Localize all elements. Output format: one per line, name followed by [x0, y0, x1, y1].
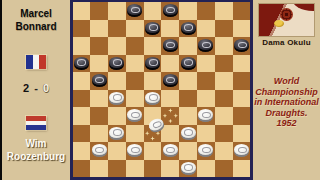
board-square[interactable]	[215, 142, 233, 160]
black-man[interactable]	[163, 4, 178, 17]
board-square[interactable]	[126, 142, 144, 160]
board-square[interactable]	[73, 142, 91, 160]
black-man[interactable]	[74, 57, 89, 70]
video-frame: Marcel Bonnard 2 - 0 Wim Roozenburg Dama…	[0, 0, 320, 180]
board-square[interactable]	[179, 55, 197, 73]
board-square[interactable]	[161, 142, 179, 160]
board-square[interactable]	[73, 90, 91, 108]
board-square[interactable]	[126, 90, 144, 108]
board-square[interactable]	[144, 2, 162, 20]
board-square[interactable]	[197, 142, 215, 160]
black-man[interactable]	[145, 22, 160, 35]
white-man[interactable]	[109, 127, 124, 140]
board-square[interactable]	[161, 72, 179, 90]
player-name-black: Marcel Bonnard	[2, 7, 70, 33]
board-square[interactable]	[161, 37, 179, 55]
black-man[interactable]	[163, 74, 178, 87]
board-square[interactable]	[215, 2, 233, 20]
black-man[interactable]	[109, 57, 124, 70]
board-square[interactable]	[215, 107, 233, 125]
player-name-white-line2: Roozenburg	[2, 150, 70, 163]
white-man[interactable]	[163, 144, 178, 157]
board-square[interactable]	[90, 20, 108, 38]
event-line: Championship	[253, 87, 320, 98]
board-square[interactable]	[126, 20, 144, 38]
board-grid	[73, 2, 251, 177]
board-square[interactable]	[108, 37, 126, 55]
board-square[interactable]	[108, 125, 126, 143]
event-line: Draughts.	[253, 108, 320, 119]
board-square[interactable]	[179, 2, 197, 20]
board-square[interactable]	[179, 72, 197, 90]
board-square[interactable]	[197, 107, 215, 125]
board-square[interactable]	[90, 125, 108, 143]
black-man[interactable]	[127, 4, 142, 17]
board-square[interactable]	[179, 90, 197, 108]
score-white: 0	[43, 82, 49, 94]
board-square[interactable]	[90, 72, 108, 90]
match-score: 2 - 0	[2, 82, 70, 94]
logo-label: Dama Okulu	[253, 38, 320, 47]
board-square[interactable]	[233, 160, 251, 178]
player-name-white: Wim Roozenburg	[2, 137, 70, 163]
black-man[interactable]	[163, 39, 178, 52]
white-man[interactable]	[198, 109, 213, 122]
player-name-white-line1: Wim	[2, 137, 70, 150]
board-square[interactable]	[161, 90, 179, 108]
board-square[interactable]	[73, 37, 91, 55]
draughts-board	[70, 0, 253, 180]
board-square[interactable]	[161, 55, 179, 73]
event-line: World	[253, 76, 320, 87]
score-black: 2	[23, 82, 29, 94]
board-square[interactable]	[197, 20, 215, 38]
board-square[interactable]	[215, 20, 233, 38]
logo-wave-shape	[292, 4, 314, 11]
board-square[interactable]	[126, 2, 144, 20]
board-square[interactable]	[161, 160, 179, 178]
board-square[interactable]	[197, 160, 215, 178]
board-square[interactable]	[73, 20, 91, 38]
score-separator: -	[34, 82, 38, 94]
board-square[interactable]	[108, 55, 126, 73]
board-square[interactable]	[215, 55, 233, 73]
board-square[interactable]	[144, 37, 162, 55]
board-square[interactable]	[144, 90, 162, 108]
board-square[interactable]	[233, 37, 251, 55]
white-man[interactable]	[181, 162, 196, 175]
board-square[interactable]	[233, 2, 251, 20]
board-square[interactable]	[144, 72, 162, 90]
white-man[interactable]	[109, 92, 124, 105]
board-square[interactable]	[197, 37, 215, 55]
board-square[interactable]	[215, 37, 233, 55]
white-man[interactable]	[127, 109, 142, 122]
board-square[interactable]	[144, 160, 162, 178]
black-man[interactable]	[234, 39, 249, 52]
board-square[interactable]	[197, 55, 215, 73]
player-name-black-line1: Marcel	[2, 7, 70, 20]
board-square[interactable]	[90, 37, 108, 55]
board-square[interactable]	[233, 20, 251, 38]
white-man[interactable]	[92, 144, 107, 157]
board-square[interactable]	[179, 142, 197, 160]
board-square[interactable]	[108, 2, 126, 20]
board-square[interactable]	[90, 90, 108, 108]
player-name-black-line2: Bonnard	[2, 20, 70, 33]
board-square[interactable]	[108, 90, 126, 108]
board-square[interactable]	[126, 55, 144, 73]
board-square[interactable]	[197, 90, 215, 108]
board-square[interactable]	[197, 72, 215, 90]
board-square[interactable]	[73, 55, 91, 73]
board-square[interactable]	[126, 37, 144, 55]
board-square[interactable]	[108, 107, 126, 125]
event-title: World Championship in International Drau…	[253, 76, 320, 129]
board-square[interactable]	[161, 20, 179, 38]
board-square[interactable]	[108, 72, 126, 90]
black-man[interactable]	[181, 22, 196, 35]
board-square[interactable]	[73, 107, 91, 125]
board-square[interactable]	[73, 125, 91, 143]
black-man[interactable]	[198, 39, 213, 52]
board-square[interactable]	[233, 125, 251, 143]
right-panel: Dama Okulu World Championship in Interna…	[253, 0, 320, 180]
white-man[interactable]	[145, 92, 160, 105]
board-square[interactable]	[90, 160, 108, 178]
board-square[interactable]	[179, 160, 197, 178]
board-square[interactable]	[126, 107, 144, 125]
black-man[interactable]	[181, 57, 196, 70]
board-square[interactable]	[179, 125, 197, 143]
board-square[interactable]	[233, 90, 251, 108]
black-man[interactable]	[145, 57, 160, 70]
board-square[interactable]	[144, 142, 162, 160]
event-line: in International	[253, 97, 320, 108]
board-square[interactable]	[233, 72, 251, 90]
black-man[interactable]	[92, 74, 107, 87]
board-square[interactable]	[108, 142, 126, 160]
left-panel: Marcel Bonnard 2 - 0 Wim Roozenburg	[2, 0, 70, 180]
white-man[interactable]	[198, 144, 213, 157]
netherlands-flag	[26, 116, 46, 130]
board-square[interactable]	[233, 107, 251, 125]
board-square[interactable]	[144, 55, 162, 73]
white-man[interactable]	[127, 144, 142, 157]
logo-gold-disc-icon	[274, 20, 284, 27]
board-square[interactable]	[90, 142, 108, 160]
board-square[interactable]	[144, 20, 162, 38]
board-square[interactable]	[108, 20, 126, 38]
board-square[interactable]	[126, 160, 144, 178]
board-square[interactable]	[233, 55, 251, 73]
board-square[interactable]	[73, 160, 91, 178]
board-square[interactable]	[73, 72, 91, 90]
board-square[interactable]	[215, 72, 233, 90]
board-square[interactable]	[179, 107, 197, 125]
france-flag	[26, 55, 46, 69]
board-square[interactable]	[179, 37, 197, 55]
white-man[interactable]	[234, 144, 249, 157]
board-square[interactable]	[215, 90, 233, 108]
dama-okulu-logo	[259, 4, 314, 36]
white-man[interactable]	[181, 127, 196, 140]
board-square[interactable]	[215, 160, 233, 178]
board-square[interactable]	[73, 2, 91, 20]
board-square[interactable]	[233, 142, 251, 160]
board-square[interactable]	[161, 2, 179, 20]
event-line: 1952	[253, 118, 320, 129]
board-square[interactable]	[161, 107, 179, 125]
board-square[interactable]	[197, 2, 215, 20]
board-square[interactable]	[90, 2, 108, 20]
board-square[interactable]	[90, 55, 108, 73]
board-square[interactable]	[197, 125, 215, 143]
board-square[interactable]	[108, 160, 126, 178]
board-square[interactable]	[126, 72, 144, 90]
board-square[interactable]	[179, 20, 197, 38]
logo-draughts-disc-icon	[280, 8, 293, 21]
board-square[interactable]	[215, 125, 233, 143]
board-square[interactable]	[126, 125, 144, 143]
move-highlight-sparkles	[161, 107, 179, 125]
board-square[interactable]	[90, 107, 108, 125]
